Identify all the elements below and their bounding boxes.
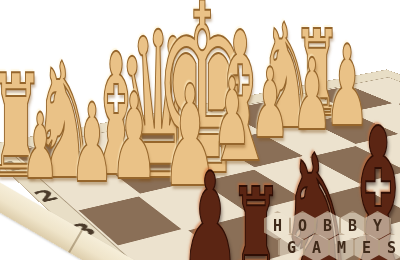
chess-set-product-photo: 12345678 12345678 ♜♞♝♛♚♝♞♜♟♟♟♟♟♟♟♟♟♜♞♝ H… (0, 0, 400, 260)
watermark-letter: S (387, 239, 396, 257)
watermark-letter: E (362, 239, 371, 257)
white-pawn: ♟ (70, 89, 114, 198)
white-pawn: ♟ (22, 101, 59, 192)
watermark-letter: A (312, 239, 321, 257)
watermark-letter: B (348, 217, 357, 235)
watermark-letter: G (287, 239, 296, 257)
watermark-letter: H (273, 217, 282, 235)
white-pawn: ♟ (110, 78, 158, 197)
watermark-letter: O (298, 217, 307, 235)
watermark-letter: B (323, 217, 332, 235)
watermark-letter: M (337, 239, 346, 257)
hobby-games-watermark: HOBBYGAMES (265, 211, 400, 260)
watermark-letter: Y (373, 217, 382, 235)
